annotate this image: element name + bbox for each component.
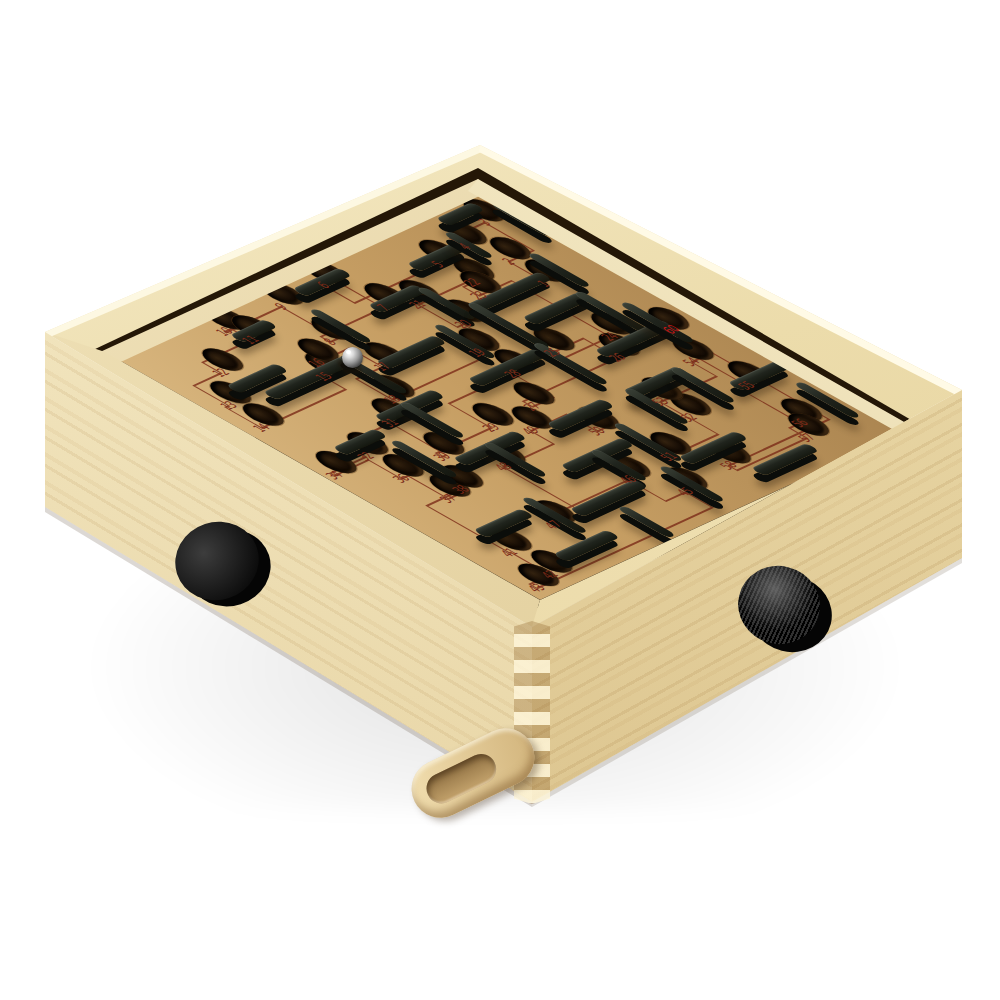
tilt-knob-left[interactable] bbox=[175, 522, 275, 612]
steel-ball bbox=[342, 347, 363, 368]
labyrinth-game-photo: 1234567891011121314151617181920212223242… bbox=[0, 0, 1000, 1000]
tilt-knob-right[interactable] bbox=[738, 566, 836, 658]
